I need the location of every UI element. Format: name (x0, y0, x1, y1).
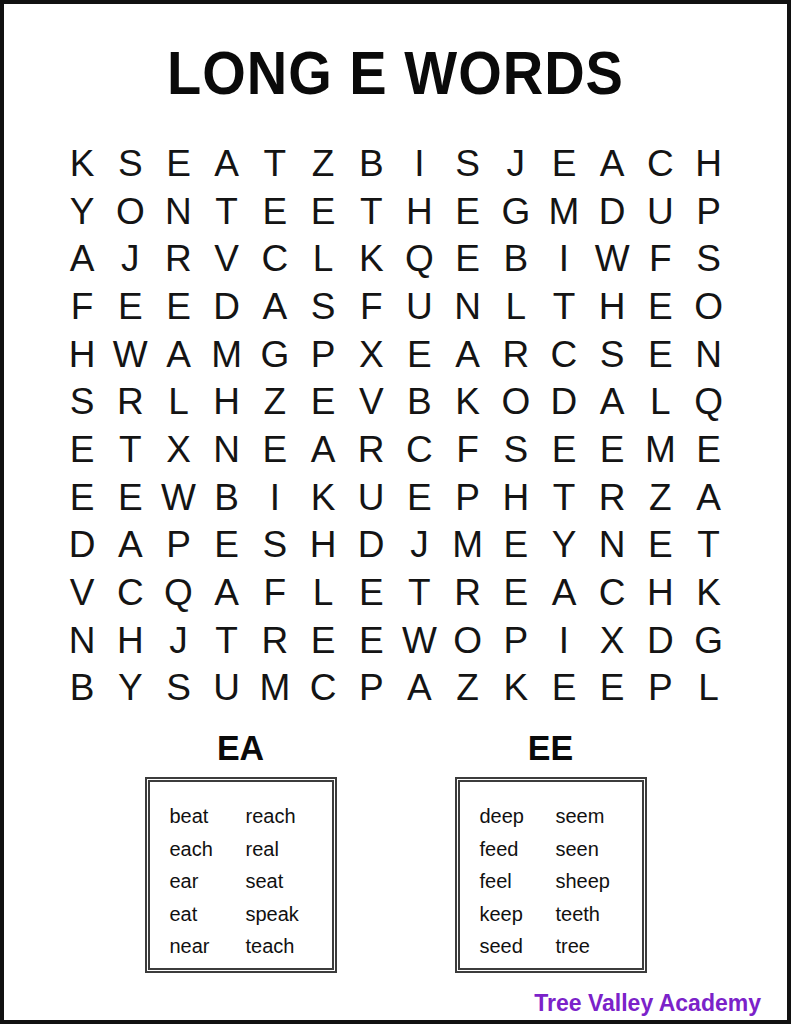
grid-cell-r1c9[interactable]: S (444, 140, 492, 188)
grid-cell-r11c5[interactable]: R (251, 617, 299, 665)
grid-cell-r9c1[interactable]: D (58, 522, 106, 570)
grid-cell-r1c8[interactable]: I (395, 140, 443, 188)
grid-cell-r12c14[interactable]: L (684, 665, 732, 713)
grid-cell-r1c2[interactable]: S (106, 140, 154, 188)
grid-cell-r10c4[interactable]: A (203, 569, 251, 617)
grid-cell-r10c6[interactable]: L (299, 569, 347, 617)
grid-cell-r7c11[interactable]: E (540, 426, 588, 474)
grid-cell-r11c3[interactable]: J (154, 617, 202, 665)
grid-cell-r5c7[interactable]: X (347, 331, 395, 379)
grid-cell-r5c3[interactable]: A (154, 331, 202, 379)
grid-cell-r1c12[interactable]: A (588, 140, 636, 188)
grid-cell-r3c8[interactable]: Q (395, 235, 443, 283)
grid-cell-r3c13[interactable]: F (636, 235, 684, 283)
grid-cell-r1c6[interactable]: Z (299, 140, 347, 188)
grid-cell-r5c10[interactable]: R (492, 331, 540, 379)
word-list-heading-ee: EE (455, 727, 647, 768)
grid-cell-r6c14[interactable]: Q (684, 378, 732, 426)
grid-cell-r4c13[interactable]: E (636, 283, 684, 331)
word-list-item: seat (246, 865, 322, 898)
grid-cell-r2c12[interactable]: D (588, 188, 636, 236)
grid-cell-r3c7[interactable]: K (347, 235, 395, 283)
grid-cell-r6c6[interactable]: E (299, 378, 347, 426)
word-column: beateacheareatnear (170, 800, 246, 968)
grid-cell-r11c2[interactable]: H (106, 617, 154, 665)
grid-cell-r6c12[interactable]: A (588, 378, 636, 426)
grid-cell-r8c8[interactable]: E (395, 474, 443, 522)
grid-cell-r11c12[interactable]: X (588, 617, 636, 665)
grid-cell-r9c3[interactable]: P (154, 522, 202, 570)
grid-cell-r2c10[interactable]: G (492, 188, 540, 236)
grid-cell-r8c6[interactable]: K (299, 474, 347, 522)
grid-cell-r10c7[interactable]: E (347, 569, 395, 617)
word-list-item: feed (480, 833, 556, 866)
grid-cell-r12c3[interactable]: S (154, 665, 202, 713)
grid-cell-r11c7[interactable]: E (347, 617, 395, 665)
grid-cell-r10c3[interactable]: Q (154, 569, 202, 617)
grid-cell-r7c7[interactable]: R (347, 426, 395, 474)
grid-cell-r5c14[interactable]: N (684, 331, 732, 379)
grid-cell-r5c4[interactable]: M (203, 331, 251, 379)
grid-cell-r9c6[interactable]: H (299, 522, 347, 570)
grid-cell-r10c11[interactable]: A (540, 569, 588, 617)
word-list-item: seem (556, 800, 632, 833)
grid-cell-r6c2[interactable]: R (106, 378, 154, 426)
grid-cell-r1c10[interactable]: J (492, 140, 540, 188)
grid-cell-r12c12[interactable]: E (588, 665, 636, 713)
grid-cell-r5c8[interactable]: E (395, 331, 443, 379)
grid-cell-r9c8[interactable]: J (395, 522, 443, 570)
grid-cell-r11c14[interactable]: G (684, 617, 732, 665)
grid-cell-r6c9[interactable]: K (444, 378, 492, 426)
grid-cell-r8c3[interactable]: W (154, 474, 202, 522)
grid-cell-r10c5[interactable]: F (251, 569, 299, 617)
grid-cell-r6c3[interactable]: L (154, 378, 202, 426)
grid-cell-r3c5[interactable]: C (251, 235, 299, 283)
grid-cell-r2c5[interactable]: E (251, 188, 299, 236)
grid-cell-r9c4[interactable]: E (203, 522, 251, 570)
grid-cell-r8c2[interactable]: E (106, 474, 154, 522)
grid-cell-r5c6[interactable]: P (299, 331, 347, 379)
grid-cell-r2c3[interactable]: N (154, 188, 202, 236)
grid-cell-r12c2[interactable]: Y (106, 665, 154, 713)
grid-cell-r1c3[interactable]: E (154, 140, 202, 188)
grid-cell-r6c10[interactable]: O (492, 378, 540, 426)
grid-cell-r3c14[interactable]: S (684, 235, 732, 283)
grid-cell-r6c8[interactable]: B (395, 378, 443, 426)
grid-cell-r1c14[interactable]: H (684, 140, 732, 188)
grid-cell-r7c2[interactable]: T (106, 426, 154, 474)
word-box-ea: beateacheareatnearreachrealseatspeakteac… (145, 777, 337, 973)
grid-cell-r2c11[interactable]: M (540, 188, 588, 236)
grid-cell-r4c9[interactable]: N (444, 283, 492, 331)
grid-cell-r12c6[interactable]: C (299, 665, 347, 713)
word-list-item: seen (556, 833, 632, 866)
grid-cell-r10c12[interactable]: C (588, 569, 636, 617)
grid-cell-r10c10[interactable]: E (492, 569, 540, 617)
grid-cell-r3c4[interactable]: V (203, 235, 251, 283)
grid-cell-r7c3[interactable]: X (154, 426, 202, 474)
grid-cell-r12c7[interactable]: P (347, 665, 395, 713)
grid-cell-r9c10[interactable]: E (492, 522, 540, 570)
grid-cell-r7c5[interactable]: E (251, 426, 299, 474)
grid-cell-r9c11[interactable]: Y (540, 522, 588, 570)
grid-cell-r1c11[interactable]: E (540, 140, 588, 188)
grid-cell-r2c13[interactable]: U (636, 188, 684, 236)
grid-cell-r4c3[interactable]: E (154, 283, 202, 331)
grid-cell-r11c13[interactable]: D (636, 617, 684, 665)
grid-cell-r2c1[interactable]: Y (58, 188, 106, 236)
grid-cell-r5c9[interactable]: A (444, 331, 492, 379)
grid-cell-r7c6[interactable]: A (299, 426, 347, 474)
grid-cell-r3c1[interactable]: A (58, 235, 106, 283)
word-list-item: teeth (556, 898, 632, 931)
grid-cell-r10c13[interactable]: H (636, 569, 684, 617)
grid-cell-r3c11[interactable]: I (540, 235, 588, 283)
grid-cell-r4c4[interactable]: D (203, 283, 251, 331)
grid-cell-r12c8[interactable]: A (395, 665, 443, 713)
grid-cell-r7c10[interactable]: S (492, 426, 540, 474)
grid-cell-r11c4[interactable]: T (203, 617, 251, 665)
grid-cell-r2c2[interactable]: O (106, 188, 154, 236)
grid-cell-r9c7[interactable]: D (347, 522, 395, 570)
grid-cell-r3c6[interactable]: L (299, 235, 347, 283)
word-column: seemseensheepteethtree (556, 800, 632, 968)
grid-cell-r11c8[interactable]: W (395, 617, 443, 665)
word-section-ee: EE deepfeedfeelkeepseedseemseensheepteet… (455, 728, 647, 973)
grid-cell-r9c13[interactable]: E (636, 522, 684, 570)
grid-cell-r1c7[interactable]: B (347, 140, 395, 188)
grid-cell-r7c9[interactable]: F (444, 426, 492, 474)
grid-cell-r2c6[interactable]: E (299, 188, 347, 236)
grid-cell-r4c1[interactable]: F (58, 283, 106, 331)
grid-cell-r8c9[interactable]: P (444, 474, 492, 522)
grid-cell-r7c8[interactable]: C (395, 426, 443, 474)
word-list-item: near (170, 930, 246, 963)
word-lists: EA beateacheareatnearreachrealseatspeakt… (4, 728, 787, 973)
grid-cell-r9c12[interactable]: N (588, 522, 636, 570)
grid-cell-r10c1[interactable]: V (58, 569, 106, 617)
grid-cell-r2c8[interactable]: H (395, 188, 443, 236)
grid-cell-r7c14[interactable]: E (684, 426, 732, 474)
grid-cell-r11c6[interactable]: E (299, 617, 347, 665)
word-list-item: sheep (556, 865, 632, 898)
grid-cell-r2c4[interactable]: T (203, 188, 251, 236)
grid-cell-r2c14[interactable]: P (684, 188, 732, 236)
word-list-item: keep (480, 898, 556, 931)
word-column: deepfeedfeelkeepseed (480, 800, 556, 968)
word-column: reachrealseatspeakteach (246, 800, 322, 968)
grid-cell-r4c2[interactable]: E (106, 283, 154, 331)
word-list-item: beat (170, 800, 246, 833)
grid-cell-r12c11[interactable]: E (540, 665, 588, 713)
grid-cell-r6c7[interactable]: V (347, 378, 395, 426)
grid-cell-r7c4[interactable]: N (203, 426, 251, 474)
word-list-item: speak (246, 898, 322, 931)
grid-cell-r10c8[interactable]: T (395, 569, 443, 617)
grid-cell-r6c4[interactable]: H (203, 378, 251, 426)
grid-cell-r5c5[interactable]: G (251, 331, 299, 379)
grid-cell-r1c13[interactable]: C (636, 140, 684, 188)
grid-cell-r6c1[interactable]: S (58, 378, 106, 426)
page-title: LONG E WORDS (4, 37, 787, 107)
grid-cell-r8c12[interactable]: R (588, 474, 636, 522)
grid-cell-r12c5[interactable]: M (251, 665, 299, 713)
grid-cell-r8c10[interactable]: H (492, 474, 540, 522)
grid-cell-r4c6[interactable]: S (299, 283, 347, 331)
grid-cell-r4c11[interactable]: T (540, 283, 588, 331)
grid-cell-r10c9[interactable]: R (444, 569, 492, 617)
grid-cell-r2c9[interactable]: E (444, 188, 492, 236)
word-list-item: ear (170, 865, 246, 898)
word-list-item: seed (480, 930, 556, 963)
word-section-ea: EA beateacheareatnearreachrealseatspeakt… (145, 728, 337, 973)
grid-cell-r8c11[interactable]: T (540, 474, 588, 522)
grid-cell-r6c11[interactable]: D (540, 378, 588, 426)
word-box-ee: deepfeedfeelkeepseedseemseensheepteethtr… (455, 777, 647, 973)
word-list-item: reach (246, 800, 322, 833)
grid-cell-r3c2[interactable]: J (106, 235, 154, 283)
grid-cell-r12c13[interactable]: P (636, 665, 684, 713)
brand-text: Tree Valley Academy (534, 990, 761, 1017)
grid-cell-r11c9[interactable]: O (444, 617, 492, 665)
grid-cell-r7c1[interactable]: E (58, 426, 106, 474)
word-list-heading-ea: EA (145, 727, 337, 768)
grid-cell-r3c10[interactable]: B (492, 235, 540, 283)
grid-cell-r8c13[interactable]: Z (636, 474, 684, 522)
grid-cell-r9c5[interactable]: S (251, 522, 299, 570)
grid-cell-r3c12[interactable]: W (588, 235, 636, 283)
grid-cell-r11c1[interactable]: N (58, 617, 106, 665)
grid-cell-r3c9[interactable]: E (444, 235, 492, 283)
grid-cell-r4c12[interactable]: H (588, 283, 636, 331)
grid-cell-r8c5[interactable]: I (251, 474, 299, 522)
grid-cell-r5c13[interactable]: E (636, 331, 684, 379)
word-list-item: feel (480, 865, 556, 898)
grid-cell-r1c4[interactable]: A (203, 140, 251, 188)
grid-cell-r2c7[interactable]: T (347, 188, 395, 236)
word-grid: KSEATZBISJEACHYONTEETHEGMDUPAJRVCLKQEBIW… (58, 140, 733, 712)
word-list-item: tree (556, 930, 632, 963)
grid-cell-r12c10[interactable]: K (492, 665, 540, 713)
grid-cell-r9c9[interactable]: M (444, 522, 492, 570)
grid-cell-r7c12[interactable]: E (588, 426, 636, 474)
word-list-item: eat (170, 898, 246, 931)
grid-cell-r10c2[interactable]: C (106, 569, 154, 617)
grid-cell-r4c8[interactable]: U (395, 283, 443, 331)
grid-cell-r1c1[interactable]: K (58, 140, 106, 188)
grid-cell-r1c5[interactable]: T (251, 140, 299, 188)
grid-cell-r11c11[interactable]: I (540, 617, 588, 665)
grid-cell-r7c13[interactable]: M (636, 426, 684, 474)
grid-cell-r11c10[interactable]: P (492, 617, 540, 665)
grid-cell-r8c4[interactable]: B (203, 474, 251, 522)
grid-cell-r5c2[interactable]: W (106, 331, 154, 379)
grid-cell-r8c7[interactable]: U (347, 474, 395, 522)
grid-cell-r6c5[interactable]: Z (251, 378, 299, 426)
grid-cell-r4c10[interactable]: L (492, 283, 540, 331)
grid-cell-r12c4[interactable]: U (203, 665, 251, 713)
grid-cell-r10c14[interactable]: K (684, 569, 732, 617)
worksheet-page: LONG E WORDS KSEATZBISJEACHYONTEETHEGMDU… (0, 0, 791, 1024)
grid-cell-r3c3[interactable]: R (154, 235, 202, 283)
word-list-item: teach (246, 930, 322, 963)
grid-cell-r12c1[interactable]: B (58, 665, 106, 713)
grid-cell-r5c12[interactable]: S (588, 331, 636, 379)
grid-cell-r9c14[interactable]: T (684, 522, 732, 570)
grid-cell-r5c11[interactable]: C (540, 331, 588, 379)
word-list-item: real (246, 833, 322, 866)
grid-cell-r6c13[interactable]: L (636, 378, 684, 426)
grid-cell-r4c7[interactable]: F (347, 283, 395, 331)
grid-cell-r4c5[interactable]: A (251, 283, 299, 331)
grid-cell-r9c2[interactable]: A (106, 522, 154, 570)
grid-cell-r8c1[interactable]: E (58, 474, 106, 522)
grid-cell-r5c1[interactable]: H (58, 331, 106, 379)
grid-cell-r8c14[interactable]: A (684, 474, 732, 522)
grid-cell-r12c9[interactable]: Z (444, 665, 492, 713)
word-list-item: each (170, 833, 246, 866)
word-list-item: deep (480, 800, 556, 833)
grid-cell-r4c14[interactable]: O (684, 283, 732, 331)
